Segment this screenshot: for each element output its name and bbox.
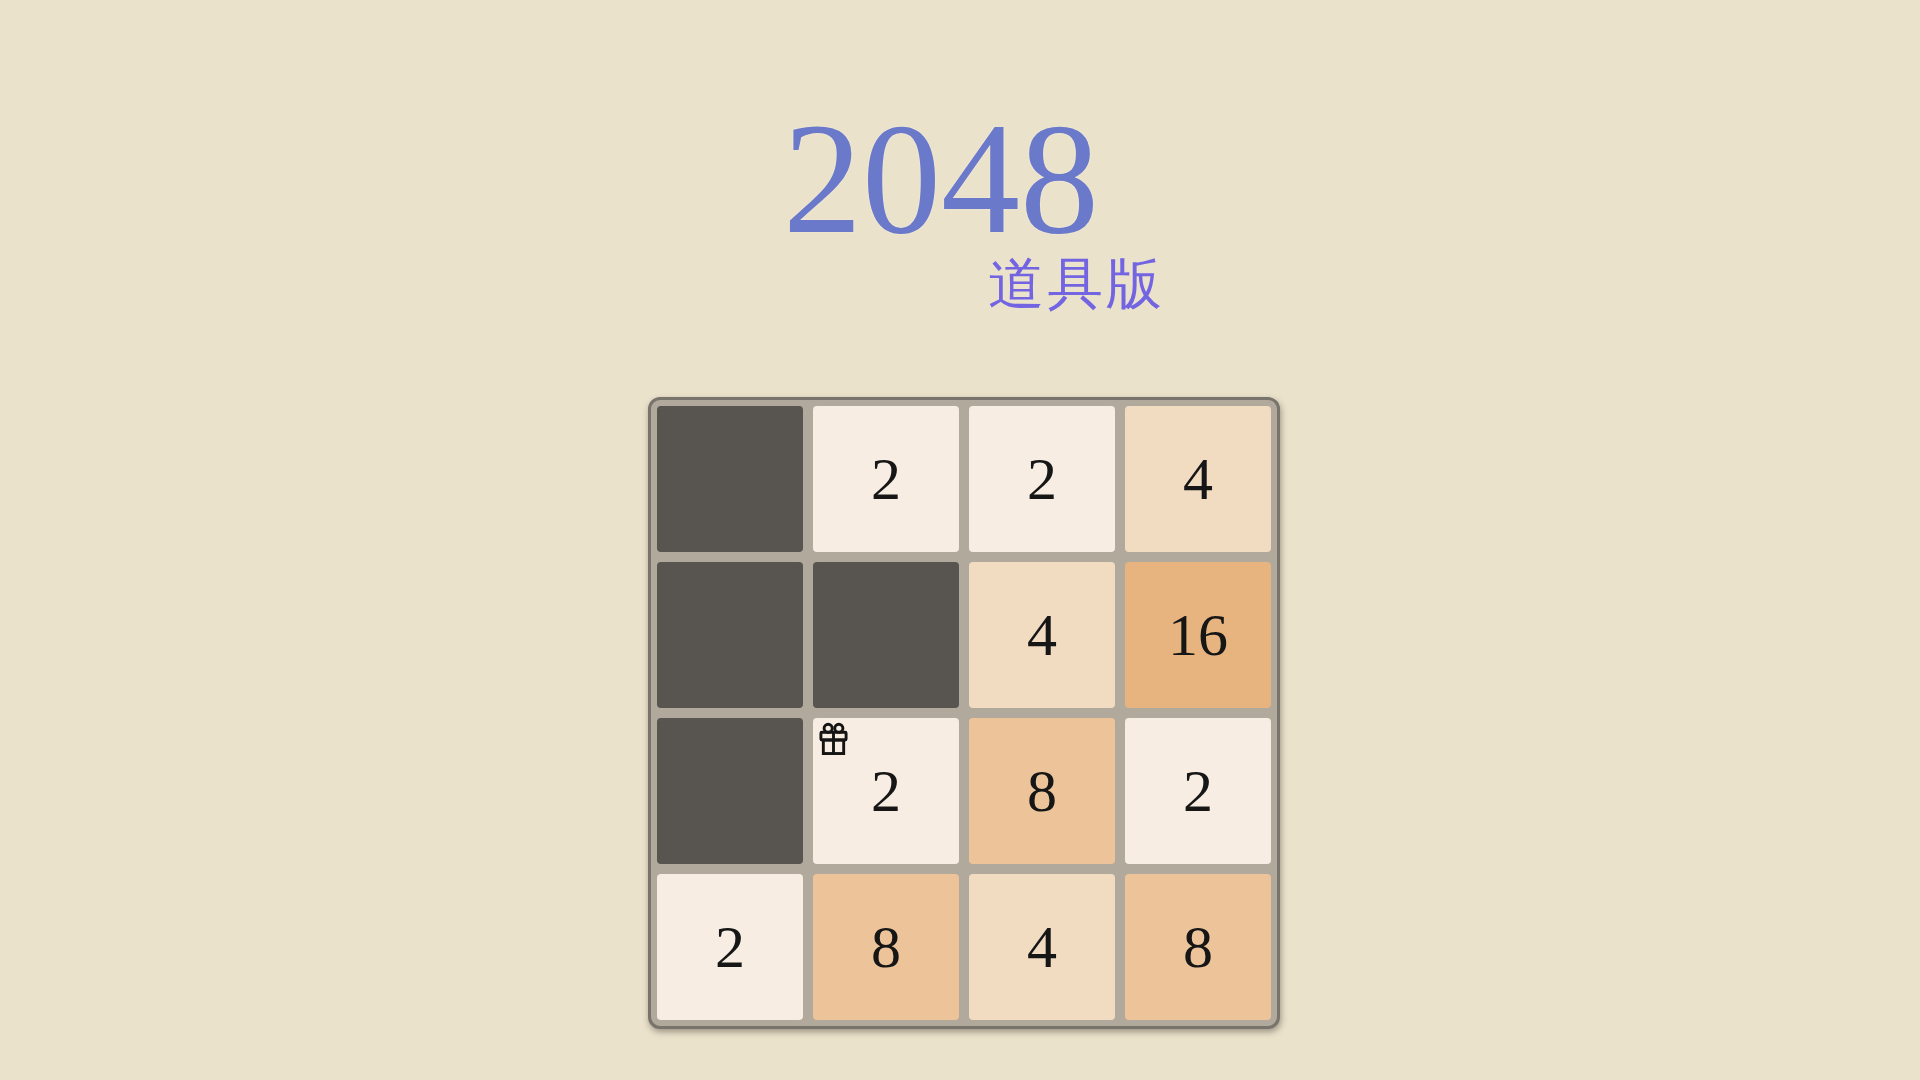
tile-8-r4c2: 8 <box>813 874 959 1020</box>
game-subtitle: 道具版 <box>988 256 1165 312</box>
empty-cell-r1c1 <box>657 406 803 552</box>
tile-4-r4c3: 4 <box>969 874 1115 1020</box>
tile-value: 2 <box>715 917 745 977</box>
game-board[interactable]: 2244162822848 <box>648 397 1280 1029</box>
tile-4-r1c4: 4 <box>1125 406 1271 552</box>
tile-value: 8 <box>1183 917 1213 977</box>
game-page: 2048 道具版 2244162822848 <box>0 0 1920 1080</box>
tile-value: 2 <box>1183 761 1213 821</box>
empty-cell-r2c2 <box>813 562 959 708</box>
tile-8-r4c4: 8 <box>1125 874 1271 1020</box>
tile-8-r3c3: 8 <box>969 718 1115 864</box>
tile-16-r2c4: 16 <box>1125 562 1271 708</box>
tile-value: 2 <box>871 761 901 821</box>
tile-2-r3c2: 2 <box>813 718 959 864</box>
tile-value: 2 <box>871 449 901 509</box>
tile-2-r3c4: 2 <box>1125 718 1271 864</box>
tile-value: 4 <box>1183 449 1213 509</box>
empty-cell-r3c1 <box>657 718 803 864</box>
tile-value: 4 <box>1027 605 1057 665</box>
tile-2-r4c1: 2 <box>657 874 803 1020</box>
tile-value: 2 <box>1027 449 1057 509</box>
game-title: 2048 <box>783 100 1099 258</box>
tile-2-r1c3: 2 <box>969 406 1115 552</box>
tile-4-r2c3: 4 <box>969 562 1115 708</box>
tile-value: 4 <box>1027 917 1057 977</box>
tile-value: 8 <box>871 917 901 977</box>
empty-cell-r2c1 <box>657 562 803 708</box>
tile-value: 16 <box>1168 605 1228 665</box>
tile-value: 8 <box>1027 761 1057 821</box>
tile-2-r1c2: 2 <box>813 406 959 552</box>
gift-icon <box>818 722 849 756</box>
